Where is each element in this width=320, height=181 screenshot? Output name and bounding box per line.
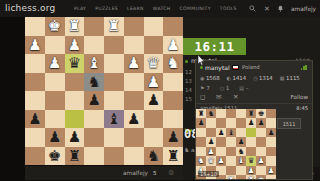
square-f4[interactable] [65, 73, 85, 92]
square-g3[interactable]: ♟ [45, 54, 65, 73]
square-e5: ♟ [236, 137, 246, 147]
square-f1[interactable]: ♜ [65, 17, 85, 36]
under-board-player-name[interactable]: amalfejy [123, 170, 148, 176]
square-b6 [206, 128, 216, 138]
nav-item-puzzles[interactable]: PUZZLES [95, 6, 118, 11]
square-h3[interactable] [25, 54, 45, 73]
square-a8[interactable]: ♜ [163, 147, 183, 166]
black-knight: ♞ [236, 147, 246, 157]
black-rook[interactable]: ♜ [163, 147, 183, 166]
square-g5 [256, 137, 266, 147]
nav-item-tools[interactable]: TOOLS [220, 6, 237, 11]
square-b3[interactable]: ♛ [144, 54, 164, 73]
move-number[interactable]: 15 [185, 96, 192, 102]
square-e4: ♞ [236, 147, 246, 157]
games-icon: ⚑ [200, 85, 204, 91]
follow-button[interactable]: Follow [290, 94, 308, 100]
white-queen[interactable]: ♛ [144, 54, 164, 73]
square-h1[interactable] [25, 17, 45, 36]
square-d2[interactable] [104, 36, 124, 55]
square-h5 [266, 137, 276, 147]
square-a4[interactable] [163, 73, 183, 92]
move-number[interactable]: 13 [185, 78, 192, 84]
square-b7 [206, 118, 216, 128]
square-h6: ♟ [266, 128, 276, 138]
white-king[interactable]: ♚ [45, 17, 65, 36]
square-h4 [266, 147, 276, 157]
square-e1[interactable] [84, 17, 104, 36]
square-f2: ♟ [246, 166, 256, 176]
black-bishop: ♝ [226, 128, 236, 138]
square-f3: ♛ [246, 156, 256, 166]
black-pawn: ♟ [206, 137, 216, 147]
square-g1[interactable]: ♚ [45, 17, 65, 36]
white-rook: ♜ [226, 175, 236, 180]
square-e8[interactable] [84, 147, 104, 166]
square-a6 [196, 128, 206, 138]
square-a5 [196, 137, 206, 147]
square-e8 [236, 109, 246, 119]
square-h8[interactable] [25, 147, 45, 166]
square-d3 [226, 156, 236, 166]
mouse-cursor [197, 51, 205, 70]
square-d7[interactable] [104, 128, 124, 147]
white-rook: ♜ [246, 175, 256, 180]
white-pawn[interactable]: ♟ [25, 36, 45, 55]
white-pawn[interactable]: ♟ [45, 54, 65, 73]
square-a7: ♟ [196, 118, 206, 128]
square-g7: ♟ [256, 118, 266, 128]
popover-actions: ◻ ✉ ✕ Follow [200, 93, 310, 103]
black-rook[interactable]: ♜ [65, 147, 85, 166]
black-queen[interactable]: ♛ [65, 54, 85, 73]
counts-row: ⚑7 ○1 ▤– [200, 85, 248, 91]
square-f5[interactable] [65, 91, 85, 110]
square-h5[interactable] [25, 91, 45, 110]
move-number[interactable]: 12 [185, 69, 192, 75]
square-a2[interactable]: ♟ [163, 36, 183, 55]
black-pawn: ♟ [236, 137, 246, 147]
white-knight[interactable]: ♞ [163, 54, 183, 73]
square-c1[interactable] [124, 17, 144, 36]
square-f8[interactable]: ♜ [65, 147, 85, 166]
user-popover: manytal Poland ◉1568 ◐1414 ◷1314 ▦1115 ⚑… [195, 60, 313, 180]
mini-game-board[interactable]: ♜♞♜♚♟♟♟♟♝♟♟♟♟♞♞♛♟♝♛♟♟♟♟♜♜♚ [196, 109, 276, 181]
square-c4[interactable] [124, 73, 144, 92]
square-f6[interactable] [65, 110, 85, 129]
nav-item-watch[interactable]: WATCH [153, 6, 171, 11]
square-g2 [256, 166, 266, 176]
nav-item-play[interactable]: PLAY [74, 6, 86, 11]
square-d3[interactable] [104, 54, 124, 73]
square-g3: ♟ [256, 156, 266, 166]
square-b3: ♛ [206, 156, 216, 166]
white-rook[interactable]: ♜ [65, 17, 85, 36]
black-king[interactable]: ♚ [45, 147, 65, 166]
wins-icon: ○ [220, 85, 224, 91]
square-c8 [216, 109, 226, 119]
rapid-rating: 1314 [259, 75, 273, 81]
lichess-logo[interactable]: lichess.org [5, 3, 55, 13]
square-e3[interactable]: ♝ [84, 54, 104, 73]
square-b8[interactable]: ♞ [144, 147, 164, 166]
time-control-label: 15+10 [198, 171, 219, 177]
square-c6[interactable]: ♟ [124, 110, 144, 129]
black-pawn[interactable]: ♟ [163, 128, 183, 147]
square-a1[interactable] [163, 17, 183, 36]
tournaments-icon: ▤ [239, 85, 244, 91]
square-e3: ♝ [236, 156, 246, 166]
square-g6[interactable] [45, 110, 65, 129]
square-h6[interactable]: ♟ [25, 110, 45, 129]
square-c5[interactable] [124, 91, 144, 110]
black-knight[interactable]: ♞ [144, 147, 164, 166]
square-g4 [256, 147, 266, 157]
rating-list: ◉1568 ◐1414 ◷1314 ▦1115 [200, 75, 310, 81]
square-e7[interactable] [84, 128, 104, 147]
watch-icon[interactable]: ◻ [200, 93, 205, 101]
square-c8[interactable] [124, 147, 144, 166]
white-queen: ♛ [206, 156, 216, 166]
black-bishop[interactable]: ♝ [104, 110, 124, 129]
square-f6 [246, 128, 256, 138]
black-pawn: ♟ [216, 128, 226, 138]
games-count: 7 [206, 85, 209, 91]
square-b7[interactable] [144, 128, 164, 147]
signal-strength-icon [301, 65, 307, 70]
knight-mini-icon: ♞ [184, 146, 189, 153]
nav-item-learn[interactable]: LEARN [127, 6, 144, 11]
square-e2 [236, 166, 246, 176]
square-g8[interactable]: ♚ [45, 147, 65, 166]
square-d7 [226, 118, 236, 128]
square-b5: ♟ [206, 137, 216, 147]
black-knight[interactable]: ♞ [84, 73, 104, 92]
square-d2 [226, 166, 236, 176]
opponent-clock: 16:11 [183, 38, 246, 55]
square-d8[interactable] [104, 147, 124, 166]
square-d5 [226, 137, 236, 147]
tournaments-count: – [246, 85, 249, 91]
square-g4[interactable] [45, 73, 65, 92]
top-nav: lichess.org PLAY PUZZLES LEARN WATCH COM… [0, 0, 320, 17]
white-pawn[interactable]: ♟ [144, 73, 164, 92]
black-pawn[interactable]: ♟ [144, 91, 164, 110]
challenges-icon[interactable]: ✕ [263, 5, 271, 13]
blitz-rating: 1414 [232, 75, 246, 81]
square-c5 [216, 137, 226, 147]
square-g1: ♚ [256, 175, 266, 180]
square-f7: ♟ [246, 118, 256, 128]
square-f8: ♜ [246, 109, 256, 119]
bullet-icon: ◉ [200, 75, 204, 81]
square-a3: ♞ [196, 156, 206, 166]
white-pawn: ♟ [246, 166, 256, 176]
square-d1: ♜ [226, 175, 236, 180]
under-board-bar: amalfejy 5 ⚙ [25, 166, 183, 181]
square-f4 [246, 147, 256, 157]
square-e6[interactable] [84, 110, 104, 129]
square-b5[interactable]: ♟ [144, 91, 164, 110]
black-rook: ♜ [246, 109, 256, 119]
black-pawn: ♟ [246, 118, 256, 128]
popover-username[interactable]: manytal [205, 64, 230, 71]
square-g2[interactable] [45, 36, 65, 55]
white-pawn: ♟ [216, 156, 226, 166]
white-pawn: ♟ [206, 147, 216, 157]
square-h2: ♟ [266, 166, 276, 176]
square-h8 [266, 109, 276, 119]
white-bishop[interactable]: ♝ [84, 54, 104, 73]
square-a4 [196, 147, 206, 157]
square-f3[interactable]: ♛ [65, 54, 85, 73]
square-d1[interactable]: ♜ [104, 17, 124, 36]
square-f1: ♜ [246, 175, 256, 180]
white-knight: ♞ [196, 156, 206, 166]
rapid-icon: ◷ [253, 75, 257, 81]
nav-menu: PLAY PUZZLES LEARN WATCH COMMUNITY TOOLS [74, 6, 237, 11]
online-dot [185, 60, 188, 63]
square-e5[interactable]: ♟ [84, 91, 104, 110]
square-b1[interactable] [144, 17, 164, 36]
message-icon[interactable]: ✉ [216, 93, 221, 101]
wins-count: 1 [226, 85, 229, 91]
mini-game-clock: 8:45 [296, 105, 308, 111]
poland-flag-icon [232, 65, 239, 70]
square-h4[interactable] [25, 73, 45, 92]
square-a6[interactable] [163, 110, 183, 129]
square-c4 [216, 147, 226, 157]
square-b6[interactable] [144, 110, 164, 129]
challenge-icon[interactable]: ✕ [233, 93, 238, 101]
black-queen: ♛ [246, 156, 256, 166]
classical-rating: 1115 [286, 75, 300, 81]
square-c7[interactable] [124, 128, 144, 147]
black-pawn: ♟ [196, 118, 206, 128]
square-e2[interactable] [84, 36, 104, 55]
square-g6 [256, 128, 266, 138]
square-d6: ♝ [226, 128, 236, 138]
square-e6 [236, 128, 246, 138]
square-e1 [236, 175, 246, 180]
square-h1 [266, 175, 276, 180]
square-b4[interactable]: ♟ [144, 73, 164, 92]
square-a5[interactable] [163, 91, 183, 110]
square-d4[interactable] [104, 73, 124, 92]
white-king: ♚ [256, 175, 266, 180]
black-king: ♚ [256, 109, 266, 119]
bullet-rating: 1568 [206, 75, 220, 81]
square-c3[interactable]: ♟ [124, 54, 144, 73]
logged-in-username[interactable]: amalfejy [291, 6, 316, 12]
bell-icon[interactable] [277, 5, 285, 13]
blitz-icon: ◐ [227, 75, 231, 81]
square-h7[interactable] [25, 128, 45, 147]
square-c3: ♟ [216, 156, 226, 166]
nav-item-community[interactable]: COMMUNITY [180, 6, 211, 11]
square-d6[interactable]: ♝ [104, 110, 124, 129]
white-pawn[interactable]: ♟ [163, 36, 183, 55]
black-rook: ♜ [196, 109, 206, 119]
square-a7[interactable]: ♟ [163, 128, 183, 147]
square-c7 [216, 118, 226, 128]
square-g7[interactable]: ♟ [45, 128, 65, 147]
settings-gear-icon[interactable]: ⚙ [168, 169, 174, 177]
square-h7 [266, 118, 276, 128]
main-chess-board[interactable]: ♚♜♜♟♟♟♟♛♝♟♛♞♞♟♟♟♟♝♟♟♟♟♚♜♞♜ [25, 17, 183, 165]
white-bishop: ♝ [236, 156, 246, 166]
black-pawn[interactable]: ♟ [45, 128, 65, 147]
white-pawn[interactable]: ♟ [124, 54, 144, 73]
move-number[interactable]: 14 [185, 87, 192, 93]
white-pawn[interactable]: ♟ [65, 36, 85, 55]
black-knight: ♞ [206, 109, 216, 119]
black-pawn: ♟ [266, 128, 276, 138]
white-pawn: ♟ [266, 166, 276, 176]
black-pawn[interactable]: ♟ [25, 110, 45, 129]
square-d8 [226, 109, 236, 119]
square-c6: ♟ [216, 128, 226, 138]
black-pawn: ♟ [256, 118, 266, 128]
black-pawn[interactable]: ♟ [124, 110, 144, 129]
square-h2[interactable]: ♟ [25, 36, 45, 55]
square-d4 [226, 147, 236, 157]
square-g8: ♚ [256, 109, 266, 119]
white-pawn: ♟ [256, 156, 266, 166]
square-b4: ♟ [206, 147, 216, 157]
rating-tooltip: 1511 [277, 118, 301, 129]
square-a3[interactable]: ♞ [163, 54, 183, 73]
white-rook[interactable]: ♜ [104, 17, 124, 36]
popover-country: Poland [242, 64, 260, 70]
under-board-badge: 5 [153, 170, 157, 176]
square-b8: ♞ [206, 109, 216, 119]
black-pawn[interactable]: ♟ [84, 91, 104, 110]
square-f5 [246, 137, 256, 147]
square-f7[interactable]: ♟ [65, 128, 85, 147]
square-e4[interactable]: ♞ [84, 73, 104, 92]
square-c2[interactable] [124, 36, 144, 55]
square-a8: ♜ [196, 109, 206, 119]
search-icon[interactable] [249, 5, 257, 13]
square-g5[interactable] [45, 91, 65, 110]
square-e7 [236, 118, 246, 128]
square-b2[interactable] [144, 36, 164, 55]
black-pawn[interactable]: ♟ [65, 128, 85, 147]
square-f2[interactable]: ♟ [65, 36, 85, 55]
classical-icon: ▦ [280, 75, 285, 81]
square-h3 [266, 156, 276, 166]
square-d5[interactable] [104, 91, 124, 110]
